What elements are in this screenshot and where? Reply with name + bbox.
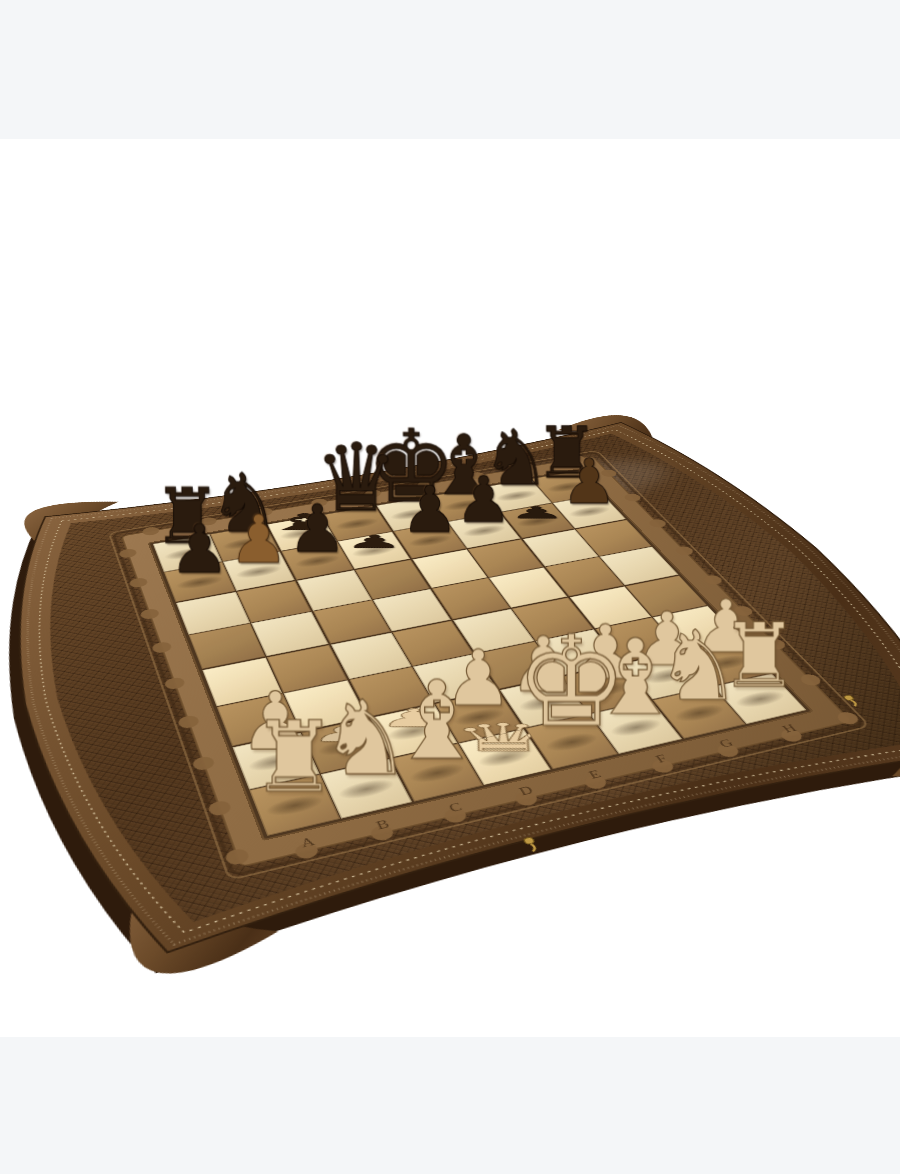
black-pawn[interactable]: ♟: [455, 470, 512, 530]
chess-board: A B C D E F G H: [12, 180, 892, 1060]
black-pawn[interactable]: ♟: [169, 518, 229, 582]
background-band-top: [0, 0, 900, 139]
product-photo-page: A B C D E F G H: [0, 0, 900, 1174]
white-rook[interactable]: ♜: [250, 712, 337, 805]
white-king[interactable]: ♚: [514, 622, 627, 742]
black-pawn[interactable]: ♟: [288, 498, 347, 560]
black-pawn[interactable]: ♟: [229, 508, 289, 571]
board-plane: A B C D E F G H: [0, 386, 900, 1068]
black-pawn[interactable]: ♟: [561, 452, 617, 511]
black-pawn[interactable]: ♟: [401, 479, 459, 540]
